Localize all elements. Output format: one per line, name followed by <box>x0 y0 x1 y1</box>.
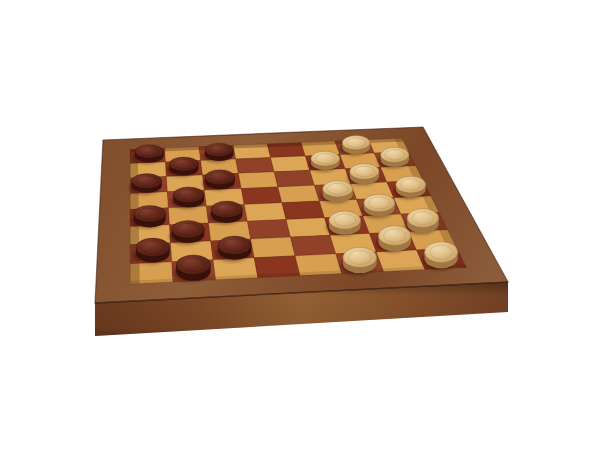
checker-dark-r2c2[interactable] <box>167 157 199 177</box>
checkers-board-photo <box>0 0 600 450</box>
photo-stage <box>0 0 600 450</box>
checker-dark-r5c1[interactable] <box>131 205 166 228</box>
square-r6c4[interactable] <box>247 220 290 240</box>
square-r2c4[interactable] <box>236 158 275 174</box>
checker-dark-r7c1[interactable] <box>133 238 169 264</box>
square-r7c4[interactable] <box>251 237 295 258</box>
square-r4c4[interactable] <box>241 187 282 205</box>
square-r6c5[interactable] <box>286 218 330 237</box>
checker-light-r8c6[interactable] <box>340 247 377 275</box>
square-r7c5[interactable] <box>291 235 336 256</box>
square-r3c5[interactable] <box>274 170 314 187</box>
checker-dark-r1c3[interactable] <box>202 143 233 162</box>
checker-dark-r6c2[interactable] <box>169 220 204 245</box>
square-r2c5[interactable] <box>271 156 310 172</box>
checker-dark-r1c1[interactable] <box>132 145 163 164</box>
checker-dark-r8c2[interactable] <box>173 255 210 282</box>
square-r5c4[interactable] <box>244 203 286 222</box>
checker-dark-r7c3[interactable] <box>215 236 251 262</box>
checker-dark-r3c1[interactable] <box>129 174 162 195</box>
square-r3c4[interactable] <box>238 172 278 189</box>
square-r5c5[interactable] <box>282 201 325 220</box>
square-r4c5[interactable] <box>278 185 320 202</box>
checker-light-r5c7[interactable] <box>361 194 395 218</box>
